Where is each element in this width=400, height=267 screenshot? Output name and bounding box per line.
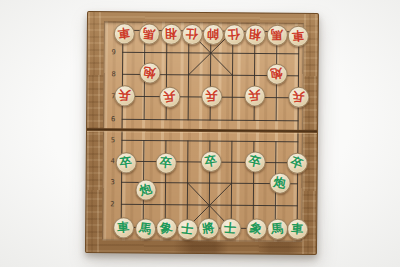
piece-green-soldier[interactable]: 卒 bbox=[244, 151, 265, 172]
piece-character: 兵 bbox=[163, 90, 176, 103]
piece-character: 炮 bbox=[143, 66, 157, 80]
piece-character: 兵 bbox=[118, 89, 131, 102]
piece-red-chariot[interactable]: 車 bbox=[113, 23, 134, 44]
piece-green-cannon[interactable]: 炮 bbox=[269, 172, 290, 193]
piece-character: 炮 bbox=[273, 176, 287, 190]
piece-character: 卒 bbox=[204, 154, 218, 168]
piece-red-chariot[interactable]: 車 bbox=[287, 25, 308, 46]
rank-label-6: 6 bbox=[107, 116, 119, 123]
piece-character: 兵 bbox=[205, 90, 218, 103]
piece-green-horse[interactable]: 馬 bbox=[267, 218, 288, 239]
piece-green-soldier[interactable]: 卒 bbox=[115, 152, 136, 173]
piece-character: 馬 bbox=[271, 222, 284, 235]
piece-character: 象 bbox=[249, 221, 264, 236]
piece-red-cannon[interactable]: 炮 bbox=[139, 62, 160, 83]
xiangqi-board[interactable]: 98765432 車馬相仕帥仕相馬車炮炮兵兵兵兵兵卒卒卒卒卒炮炮車馬象士將士象馬… bbox=[85, 11, 319, 255]
piece-character: 卒 bbox=[119, 156, 132, 169]
piece-character: 象 bbox=[159, 221, 173, 235]
piece-green-cannon[interactable]: 炮 bbox=[135, 179, 156, 200]
piece-character: 兵 bbox=[292, 90, 305, 103]
piece-red-horse[interactable]: 馬 bbox=[266, 24, 287, 45]
piece-character: 炮 bbox=[138, 182, 153, 197]
piece-character: 馬 bbox=[142, 27, 155, 40]
piece-red-soldier[interactable]: 兵 bbox=[244, 85, 265, 106]
piece-green-horse[interactable]: 馬 bbox=[135, 218, 156, 239]
rank-label-2: 2 bbox=[106, 201, 118, 208]
rank-label-3: 3 bbox=[107, 179, 119, 186]
piece-character: 卒 bbox=[159, 156, 172, 169]
piece-red-horse[interactable]: 馬 bbox=[138, 23, 159, 44]
piece-green-chariot[interactable]: 車 bbox=[287, 218, 308, 239]
piece-character: 車 bbox=[291, 222, 304, 235]
piece-red-soldier[interactable]: 兵 bbox=[288, 86, 309, 107]
piece-red-advisor[interactable]: 仕 bbox=[181, 23, 202, 44]
rank-label-9: 9 bbox=[108, 49, 120, 56]
piece-character: 卒 bbox=[248, 154, 262, 168]
piece-character: 兵 bbox=[248, 89, 260, 101]
rank-label-8: 8 bbox=[107, 71, 119, 78]
piece-red-cannon[interactable]: 炮 bbox=[266, 63, 287, 84]
piece-green-advisor[interactable]: 士 bbox=[220, 218, 241, 239]
piece-character: 炮 bbox=[270, 67, 283, 80]
piece-red-soldier[interactable]: 兵 bbox=[201, 85, 222, 106]
piece-green-soldier[interactable]: 卒 bbox=[286, 152, 307, 173]
piece-character: 馬 bbox=[138, 222, 152, 236]
piece-character: 車 bbox=[117, 221, 130, 234]
piece-red-general[interactable]: 帥 bbox=[202, 23, 223, 44]
rank-label-5: 5 bbox=[107, 137, 119, 144]
piece-red-elephant[interactable]: 相 bbox=[244, 24, 265, 45]
piece-character: 將 bbox=[201, 221, 215, 235]
piece-character: 卒 bbox=[289, 155, 304, 170]
piece-red-advisor[interactable]: 仕 bbox=[223, 24, 244, 45]
piece-character: 馬 bbox=[271, 29, 283, 41]
piece-green-elephant[interactable]: 象 bbox=[156, 217, 177, 238]
piece-red-soldier[interactable]: 兵 bbox=[159, 86, 180, 107]
piece-red-soldier[interactable]: 兵 bbox=[114, 85, 135, 106]
piece-character: 相 bbox=[165, 28, 177, 40]
piece-red-elephant[interactable]: 相 bbox=[160, 23, 181, 44]
piece-character: 仕 bbox=[228, 28, 241, 41]
piece-green-elephant[interactable]: 象 bbox=[246, 218, 267, 239]
piece-character: 士 bbox=[181, 222, 194, 235]
piece-green-soldier[interactable]: 卒 bbox=[155, 152, 176, 173]
piece-green-soldier[interactable]: 卒 bbox=[200, 150, 221, 171]
piece-character: 士 bbox=[224, 222, 237, 235]
piece-green-advisor[interactable]: 士 bbox=[177, 218, 198, 239]
piece-character: 帥 bbox=[207, 28, 219, 40]
piece-character: 車 bbox=[291, 29, 304, 42]
piece-character: 相 bbox=[248, 28, 261, 41]
piece-green-general[interactable]: 將 bbox=[198, 217, 219, 238]
piece-character: 車 bbox=[117, 27, 130, 40]
piece-green-chariot[interactable]: 車 bbox=[113, 217, 134, 238]
piece-character: 仕 bbox=[186, 28, 199, 41]
